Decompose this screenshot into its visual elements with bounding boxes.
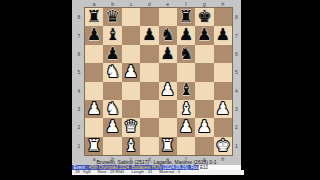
square-c1: ♝	[122, 137, 140, 155]
square-d8	[140, 8, 158, 26]
piece-black-king: ♚	[197, 9, 212, 26]
rank-label: 3	[234, 100, 240, 118]
square-g4	[195, 82, 213, 100]
piece-black-pawn: ♟	[87, 27, 102, 44]
piece-black-pawn: ♟	[197, 27, 212, 44]
players-line: Brunello, Sabino (2517) - Lagarde, Maxim…	[72, 159, 241, 165]
piece-black-pawn: ♟	[215, 27, 230, 44]
square-d3	[140, 100, 158, 118]
chess-board: ♜♛♜♚♟♝♟♞♟♟♟♟♟♞♞♟♟♝♟♞♝♟♟♛♟♟♜♝♜♚	[85, 8, 232, 155]
square-f6: ♞	[177, 45, 195, 63]
square-e8	[159, 8, 177, 26]
piece-black-rook: ♜	[179, 9, 194, 26]
square-b1	[103, 137, 121, 155]
file-label: h	[214, 1, 232, 7]
rank-label: 3	[76, 100, 82, 118]
piece-white-pawn: ♟	[87, 101, 102, 118]
piece-white-knight: ♞	[105, 101, 120, 118]
square-f4: ♝	[177, 82, 195, 100]
square-a3: ♟	[85, 100, 103, 118]
square-c7	[122, 26, 140, 44]
file-label: d	[140, 1, 158, 7]
square-e2	[159, 118, 177, 136]
square-e7: ♞	[159, 26, 177, 44]
piece-white-pawn: ♟	[215, 101, 230, 118]
square-c4	[122, 82, 140, 100]
file-label: e	[159, 1, 177, 7]
square-h2	[214, 118, 232, 136]
piece-white-rook: ♜	[160, 138, 175, 155]
square-f3: ♝	[177, 100, 195, 118]
square-a5	[85, 63, 103, 81]
piece-black-pawn: ♟	[160, 46, 175, 63]
square-e3	[159, 100, 177, 118]
square-c2: ♛	[122, 118, 140, 136]
piece-white-king: ♚	[215, 138, 230, 155]
piece-black-bishop: ♝	[105, 27, 120, 44]
piece-black-bishop: ♝	[179, 82, 194, 99]
video-frame: abcdefgh 87654321 87654321 ♜♛♜♚♟♝♟♞♟♟♟♟♟…	[0, 0, 320, 180]
square-b3: ♞	[103, 100, 121, 118]
square-b7: ♝	[103, 26, 121, 44]
rank-label: 4	[234, 82, 240, 100]
piece-white-pawn: ♟	[124, 64, 139, 81]
piece-black-knight: ♞	[179, 46, 194, 63]
rank-label: 8	[234, 8, 240, 26]
board-frame: abcdefgh 87654321 87654321 ♜♛♜♚♟♝♟♞♟♟♟♟♟…	[72, 0, 241, 174]
rank-label: 7	[76, 26, 82, 44]
square-g5	[195, 63, 213, 81]
square-g8: ♚	[195, 8, 213, 26]
square-f2: ♟	[177, 118, 195, 136]
rank-labels-right: 87654321	[234, 8, 240, 155]
square-d6	[140, 45, 158, 63]
square-g2: ♟	[195, 118, 213, 136]
square-d7: ♟	[140, 26, 158, 44]
square-a7: ♟	[85, 26, 103, 44]
square-d4	[140, 82, 158, 100]
square-c8	[122, 8, 140, 26]
square-h4	[214, 82, 232, 100]
piece-black-pawn: ♟	[142, 27, 157, 44]
square-h5	[214, 63, 232, 81]
square-h7: ♟	[214, 26, 232, 44]
status-row: 18 : Kg8 Next : 19.Rfd1 Length : 41 Mate…	[72, 170, 244, 175]
square-a8: ♜	[85, 8, 103, 26]
material-label: Material : 0	[159, 170, 180, 175]
piece-white-rook: ♜	[87, 138, 102, 155]
square-h8	[214, 8, 232, 26]
square-b4	[103, 82, 121, 100]
square-c3	[122, 100, 140, 118]
rank-label: 2	[76, 118, 82, 136]
piece-white-queen: ♛	[124, 119, 139, 136]
square-f7: ♟	[177, 26, 195, 44]
rank-labels-left: 87654321	[76, 8, 82, 155]
last-move-label: 18 : Kg8	[75, 170, 91, 175]
piece-white-bishop: ♝	[124, 138, 139, 155]
square-b8: ♛	[103, 8, 121, 26]
piece-black-knight: ♞	[160, 27, 175, 44]
rank-label: 8	[76, 8, 82, 26]
square-g6	[195, 45, 213, 63]
piece-white-knight: ♞	[105, 64, 120, 81]
square-f1	[177, 137, 195, 155]
rank-label: 7	[234, 26, 240, 44]
rank-label: 6	[76, 45, 82, 63]
square-e6: ♟	[159, 45, 177, 63]
rank-label: 5	[234, 63, 240, 81]
rank-label: 5	[76, 63, 82, 81]
square-a6	[85, 45, 103, 63]
piece-white-pawn: ♟	[105, 119, 120, 136]
piece-white-pawn: ♟	[179, 119, 194, 136]
square-f5	[177, 63, 195, 81]
square-e4: ♟	[159, 82, 177, 100]
rank-label: 1	[76, 137, 82, 155]
piece-black-queen: ♛	[105, 9, 120, 26]
square-a1: ♜	[85, 137, 103, 155]
square-g1	[195, 137, 213, 155]
piece-white-pawn: ♟	[197, 119, 212, 136]
piece-black-pawn: ♟	[105, 46, 120, 63]
rank-label: 2	[234, 118, 240, 136]
square-b6: ♟	[103, 45, 121, 63]
square-f8: ♜	[177, 8, 195, 26]
square-a2	[85, 118, 103, 136]
square-c5: ♟	[122, 63, 140, 81]
square-g3	[195, 100, 213, 118]
square-h6	[214, 45, 232, 63]
file-label: c	[122, 1, 140, 7]
piece-white-pawn: ♟	[160, 82, 175, 99]
square-b2: ♟	[103, 118, 121, 136]
rank-label: 4	[76, 82, 82, 100]
square-a4	[85, 82, 103, 100]
square-e5	[159, 63, 177, 81]
piece-black-pawn: ♟	[179, 27, 194, 44]
piece-white-bishop: ♝	[179, 101, 194, 118]
square-e1: ♜	[159, 137, 177, 155]
next-move-label: Next : 19.Rfd1	[98, 170, 125, 175]
square-d5	[140, 63, 158, 81]
square-c6	[122, 45, 140, 63]
square-b5: ♞	[103, 63, 121, 81]
square-g7: ♟	[195, 26, 213, 44]
rank-label: 1	[234, 137, 240, 155]
square-d1	[140, 137, 158, 155]
square-h1: ♚	[214, 137, 232, 155]
square-h3: ♟	[214, 100, 232, 118]
piece-black-rook: ♜	[87, 9, 102, 26]
square-d2	[140, 118, 158, 136]
game-length-label: Length : 41	[131, 170, 152, 175]
rank-label: 6	[234, 45, 240, 63]
